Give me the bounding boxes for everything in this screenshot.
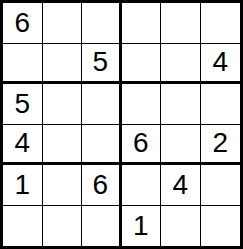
cell-r4c1[interactable]: 4 <box>3 125 43 166</box>
cell-r4c2[interactable] <box>43 125 83 166</box>
given-digit: 6 <box>14 9 30 37</box>
cell-r3c3[interactable] <box>82 84 122 125</box>
cell-r1c2[interactable] <box>43 3 83 44</box>
cell-r2c6[interactable]: 4 <box>201 44 241 85</box>
cell-r3c1[interactable]: 5 <box>3 84 43 125</box>
cell-r3c2[interactable] <box>43 84 83 125</box>
given-digit: 4 <box>212 48 228 76</box>
cell-r3c5[interactable] <box>161 84 201 125</box>
cell-r1c5[interactable] <box>161 3 201 44</box>
cell-r4c5[interactable] <box>161 125 201 166</box>
sudoku-board: 65454621641 <box>0 0 243 249</box>
given-digit: 6 <box>92 171 108 199</box>
cell-r4c6[interactable]: 2 <box>201 125 241 166</box>
cell-r5c4[interactable] <box>122 165 162 206</box>
given-digit: 2 <box>212 129 228 157</box>
cell-r2c1[interactable] <box>3 44 43 85</box>
given-digit: 5 <box>14 90 30 118</box>
cell-r1c6[interactable] <box>201 3 241 44</box>
given-digit: 1 <box>133 212 149 240</box>
cell-r2c3[interactable]: 5 <box>82 44 122 85</box>
cell-r5c5[interactable]: 4 <box>161 165 201 206</box>
cell-r5c2[interactable] <box>43 165 83 206</box>
cell-r4c3[interactable] <box>82 125 122 166</box>
given-digit: 4 <box>14 129 30 157</box>
cell-r6c4[interactable]: 1 <box>122 206 162 247</box>
cell-r2c5[interactable] <box>161 44 201 85</box>
cell-r1c3[interactable] <box>82 3 122 44</box>
given-digit: 4 <box>172 171 188 199</box>
cell-r5c6[interactable] <box>201 165 241 206</box>
cell-r2c2[interactable] <box>43 44 83 85</box>
cell-r5c3[interactable]: 6 <box>82 165 122 206</box>
cell-r6c1[interactable] <box>3 206 43 247</box>
cell-r1c4[interactable] <box>122 3 162 44</box>
cell-r5c1[interactable]: 1 <box>3 165 43 206</box>
cell-r6c6[interactable] <box>201 206 241 247</box>
cell-r1c1[interactable]: 6 <box>3 3 43 44</box>
given-digit: 6 <box>133 129 149 157</box>
given-digit: 1 <box>14 171 30 199</box>
cell-r6c3[interactable] <box>82 206 122 247</box>
cell-r2c4[interactable] <box>122 44 162 85</box>
cell-r3c6[interactable] <box>201 84 241 125</box>
cell-r3c4[interactable] <box>122 84 162 125</box>
cell-r6c5[interactable] <box>161 206 201 247</box>
given-digit: 5 <box>92 48 108 76</box>
cell-r4c4[interactable]: 6 <box>122 125 162 166</box>
cell-r6c2[interactable] <box>43 206 83 247</box>
